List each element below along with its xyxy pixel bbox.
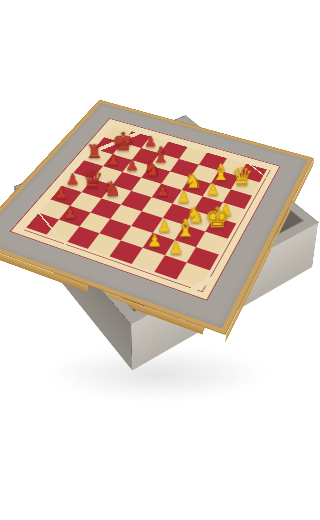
- piece-yellow-pawn: ♟: [159, 238, 193, 258]
- board-square: [104, 126, 132, 142]
- piece-yellow-pawn: ♟: [198, 180, 229, 199]
- piece-yellow-queen: ♛: [227, 162, 258, 192]
- pieces-layer: ♟♚♝♜♟♟♞♟♟♛♞♟♟♝♛♞♟♟♟♞♚♟♝♟♟: [0, 100, 314, 336]
- piece-red-knight: ♞: [97, 176, 128, 201]
- chessboard-lid: ♟♚♝♜♟♟♞♟♟♛♞♟♟♝♛♞♟♟♟♞♚♟♝♟♟: [0, 100, 314, 336]
- product-photo-scene: ♟♚♝♜♟♟♞♟♟♛♞♟♟♝♛♞♟♟♟♞♚♟♝♟♟: [0, 0, 320, 520]
- piece-red-rook: ♜: [80, 141, 109, 164]
- piece-red-pawn: ♟: [53, 203, 85, 222]
- piece-red-knight: ♞: [137, 156, 167, 180]
- piece-red-pawn: ♟: [46, 183, 77, 202]
- piece-yellow-king: ♚: [201, 201, 234, 235]
- perspective-stage: ♟♚♝♜♟♟♞♟♟♛♞♟♟♝♛♞♟♟♟♞♚♟♝♟♟: [0, 0, 320, 520]
